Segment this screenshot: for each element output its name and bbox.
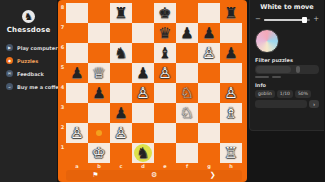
white-bishop[interactable]: ♗ bbox=[220, 103, 242, 123]
file-label-d: d bbox=[132, 163, 154, 170]
square-b8[interactable] bbox=[88, 3, 110, 23]
square-c4[interactable] bbox=[110, 83, 132, 103]
square-h2[interactable] bbox=[220, 123, 242, 143]
success-rate-badge: 50% bbox=[295, 90, 311, 98]
black-rook[interactable]: ♜ bbox=[220, 3, 242, 23]
square-f6[interactable] bbox=[176, 43, 198, 63]
square-a4[interactable] bbox=[66, 83, 88, 103]
black-pawn[interactable]: ♟ bbox=[110, 103, 132, 123]
white-pawn[interactable]: ♙ bbox=[220, 83, 242, 103]
zoom-slider[interactable] bbox=[264, 19, 310, 21]
square-f5[interactable] bbox=[176, 63, 198, 83]
rank-label-1: 1 bbox=[60, 144, 65, 150]
avatar[interactable] bbox=[255, 29, 279, 53]
plus-icon[interactable]: + bbox=[313, 16, 319, 23]
square-c5[interactable] bbox=[110, 63, 132, 83]
square-h8[interactable]: ♜ bbox=[220, 3, 242, 23]
puzzle-panel: White to move − + Filter puzzles Info go… bbox=[249, 0, 324, 131]
puzzle-name-badge: goblin bbox=[255, 90, 275, 98]
file-label-h: h bbox=[220, 163, 242, 170]
file-label-a: a bbox=[66, 163, 88, 170]
white-knight[interactable]: ♘ bbox=[176, 103, 198, 123]
square-d8[interactable] bbox=[132, 3, 154, 23]
square-g2[interactable] bbox=[198, 123, 220, 143]
square-h1[interactable]: ♖ bbox=[220, 143, 242, 163]
sidebar-item-label: Buy me a coffee bbox=[17, 84, 62, 90]
zoom-slider-row: − + bbox=[255, 16, 319, 23]
gear-icon[interactable]: ⚙ bbox=[151, 170, 157, 181]
black-pawn[interactable]: ♟ bbox=[88, 83, 110, 103]
square-h7[interactable] bbox=[220, 23, 242, 43]
zoom-slider-thumb[interactable] bbox=[302, 17, 307, 23]
puzzles-icon: ◆ bbox=[6, 57, 13, 64]
black-pawn[interactable]: ♟ bbox=[176, 23, 198, 43]
file-label-b: b bbox=[88, 163, 110, 170]
black-pawn[interactable]: ♟ bbox=[132, 63, 154, 83]
square-g1[interactable] bbox=[198, 143, 220, 163]
sidebar-item-play-computer[interactable]: ▶ Play computer bbox=[6, 41, 55, 54]
black-bishop[interactable]: ♝ bbox=[154, 43, 176, 63]
square-b5[interactable]: ♕ bbox=[88, 63, 110, 83]
turn-indicator: White to move bbox=[250, 3, 324, 11]
chess-board: ♜♚♜♛♟♟♞♝♙♟♟♕♟♙♟♙♘♙♟♘♗♙♙♔♞♖ bbox=[66, 3, 242, 163]
minus-icon[interactable]: − bbox=[255, 16, 261, 23]
square-f8[interactable] bbox=[176, 3, 198, 23]
square-f3[interactable]: ♘ bbox=[176, 103, 198, 123]
file-label-c: c bbox=[110, 163, 132, 170]
square-d2[interactable] bbox=[132, 123, 154, 143]
square-c7[interactable] bbox=[110, 23, 132, 43]
square-d4[interactable]: ♙ bbox=[132, 83, 154, 103]
square-c8[interactable]: ♜ bbox=[110, 3, 132, 23]
rank-label-6: 6 bbox=[60, 44, 65, 50]
square-h5[interactable] bbox=[220, 63, 242, 83]
square-e7[interactable]: ♛ bbox=[154, 23, 176, 43]
sidebar-item-feedback[interactable]: ✉ Feedback bbox=[6, 67, 55, 80]
logo[interactable]: ♞ Chessdose bbox=[0, 5, 57, 34]
filter-range-text bbox=[255, 76, 319, 78]
chess-board-card: ♜♚♜♛♟♟♞♝♙♟♟♕♟♙♟♙♘♙♟♘♗♙♙♔♞♖ 87654321 abcd… bbox=[58, 0, 247, 182]
square-d7[interactable] bbox=[132, 23, 154, 43]
square-b4[interactable]: ♟ bbox=[88, 83, 110, 103]
white-pawn[interactable]: ♙ bbox=[66, 123, 88, 143]
white-pawn[interactable]: ♙ bbox=[132, 83, 154, 103]
logo-text: Chessdose bbox=[0, 26, 57, 34]
black-king[interactable]: ♚ bbox=[154, 3, 176, 23]
file-label-e: e bbox=[154, 163, 176, 170]
move-hint-dot bbox=[96, 130, 102, 136]
square-a2[interactable]: ♙ bbox=[66, 123, 88, 143]
flag-icon[interactable]: ⚑ bbox=[92, 170, 98, 181]
square-a1[interactable] bbox=[66, 143, 88, 163]
square-b2[interactable] bbox=[88, 123, 110, 143]
square-g8[interactable] bbox=[198, 3, 220, 23]
square-c6[interactable]: ♞ bbox=[110, 43, 132, 63]
square-e5[interactable]: ♙ bbox=[154, 63, 176, 83]
black-pawn[interactable]: ♟ bbox=[198, 23, 220, 43]
rating-filter-slider[interactable] bbox=[255, 65, 319, 74]
feedback-icon: ✉ bbox=[6, 70, 13, 77]
file-label-f: f bbox=[176, 163, 198, 170]
sidebar-item-puzzles[interactable]: ◆ Puzzles bbox=[6, 54, 55, 67]
white-pawn[interactable]: ♙ bbox=[198, 43, 220, 63]
square-a7[interactable] bbox=[66, 23, 88, 43]
square-e4[interactable] bbox=[154, 83, 176, 103]
square-b3[interactable] bbox=[88, 103, 110, 123]
square-c3[interactable]: ♟ bbox=[110, 103, 132, 123]
square-e2[interactable] bbox=[154, 123, 176, 143]
white-pawn[interactable]: ♙ bbox=[110, 123, 132, 143]
info-row: goblin 1/10 50% bbox=[255, 90, 319, 98]
white-rook[interactable]: ♖ bbox=[220, 143, 242, 163]
white-knight[interactable]: ♘ bbox=[176, 83, 198, 103]
white-queen[interactable]: ♕ bbox=[88, 63, 110, 83]
black-knight[interactable]: ♞ bbox=[132, 143, 154, 163]
next-puzzle-button[interactable]: › bbox=[309, 100, 319, 108]
zoom-slider-fill bbox=[264, 19, 303, 21]
filter-puzzles-label: Filter puzzles bbox=[255, 57, 324, 63]
white-pawn[interactable]: ♙ bbox=[154, 63, 176, 83]
file-labels: abcdefgh bbox=[66, 163, 242, 170]
square-h3[interactable]: ♗ bbox=[220, 103, 242, 123]
rank-label-8: 8 bbox=[60, 4, 65, 10]
sidebar-menu: ▶ Play computer ◆ Puzzles ✉ Feedback ☕ B… bbox=[6, 41, 55, 93]
black-queen[interactable]: ♛ bbox=[154, 23, 176, 43]
square-c2[interactable]: ♙ bbox=[110, 123, 132, 143]
square-a8[interactable] bbox=[66, 3, 88, 23]
square-d3[interactable] bbox=[132, 103, 154, 123]
sidebar-item-buy-me-a-coffee[interactable]: ☕ Buy me a coffee bbox=[6, 80, 55, 93]
rank-label-5: 5 bbox=[60, 64, 65, 70]
square-d6[interactable] bbox=[132, 43, 154, 63]
square-e1[interactable] bbox=[154, 143, 176, 163]
white-king[interactable]: ♔ bbox=[88, 143, 110, 163]
file-label-g: g bbox=[198, 163, 220, 170]
square-a6[interactable] bbox=[66, 43, 88, 63]
logo-knight-icon: ♞ bbox=[22, 10, 35, 23]
board-toolbar: ⚑ ⚙ ❯ bbox=[66, 170, 242, 181]
square-b1[interactable]: ♔ bbox=[88, 143, 110, 163]
square-a5[interactable]: ♟ bbox=[66, 63, 88, 83]
play-computer-icon: ▶ bbox=[6, 44, 13, 51]
next-move-icon[interactable]: ❯ bbox=[210, 170, 216, 181]
coffee-icon: ☕ bbox=[6, 83, 13, 90]
square-a3[interactable] bbox=[66, 103, 88, 123]
info-detail-pill bbox=[255, 100, 307, 108]
rank-label-4: 4 bbox=[60, 84, 65, 90]
square-b7[interactable] bbox=[88, 23, 110, 43]
square-e3[interactable] bbox=[154, 103, 176, 123]
square-g6[interactable]: ♙ bbox=[198, 43, 220, 63]
square-g7[interactable]: ♟ bbox=[198, 23, 220, 43]
square-b6[interactable] bbox=[88, 43, 110, 63]
rank-label-3: 3 bbox=[60, 104, 65, 110]
black-pawn[interactable]: ♟ bbox=[220, 43, 242, 63]
square-f1[interactable] bbox=[176, 143, 198, 163]
sidebar-item-label: Feedback bbox=[17, 71, 44, 77]
moves-count-badge: 1/10 bbox=[277, 90, 293, 98]
rating-filter-thumb[interactable] bbox=[296, 66, 300, 73]
square-d5[interactable]: ♟ bbox=[132, 63, 154, 83]
square-f7[interactable]: ♟ bbox=[176, 23, 198, 43]
square-g4[interactable] bbox=[198, 83, 220, 103]
rank-label-7: 7 bbox=[60, 24, 65, 30]
black-rook[interactable]: ♜ bbox=[110, 3, 132, 23]
sidebar-item-label: Puzzles bbox=[17, 58, 38, 64]
square-h4[interactable]: ♙ bbox=[220, 83, 242, 103]
square-f2[interactable] bbox=[176, 123, 198, 143]
info-label: Info bbox=[255, 82, 324, 88]
square-c1[interactable] bbox=[110, 143, 132, 163]
square-g5[interactable] bbox=[198, 63, 220, 83]
square-e6[interactable]: ♝ bbox=[154, 43, 176, 63]
sidebar-item-label: Play computer bbox=[17, 45, 58, 51]
square-e8[interactable]: ♚ bbox=[154, 3, 176, 23]
black-knight[interactable]: ♞ bbox=[110, 43, 132, 63]
square-h6[interactable]: ♟ bbox=[220, 43, 242, 63]
square-f4[interactable]: ♘ bbox=[176, 83, 198, 103]
sidebar: ♞ Chessdose ▶ Play computer ◆ Puzzles ✉ … bbox=[0, 0, 57, 182]
black-pawn[interactable]: ♟ bbox=[66, 63, 88, 83]
info-row-secondary: › bbox=[255, 100, 319, 108]
square-g3[interactable] bbox=[198, 103, 220, 123]
rank-label-2: 2 bbox=[60, 124, 65, 130]
square-d1[interactable]: ♞ bbox=[132, 143, 154, 163]
rating-filter-fill bbox=[256, 66, 291, 73]
